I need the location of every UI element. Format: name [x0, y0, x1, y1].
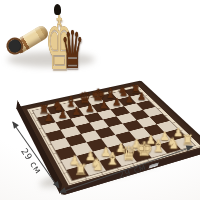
product-photo-chess-set: ♚ ♛ ♜♞♝♛♚♝♞♜♟♟♟♟♟♟♟♟♟♟♟♟♟♟♟♟♜♞♝♛♚♝♞♜ 29 …: [0, 0, 200, 200]
king-black-finial: [54, 4, 61, 15]
board-latch: [149, 162, 159, 168]
chess-board: ♜♞♝♛♚♝♞♜♟♟♟♟♟♟♟♟♟♟♟♟♟♟♟♟♜♞♝♛♚♝♞♜: [17, 81, 200, 196]
